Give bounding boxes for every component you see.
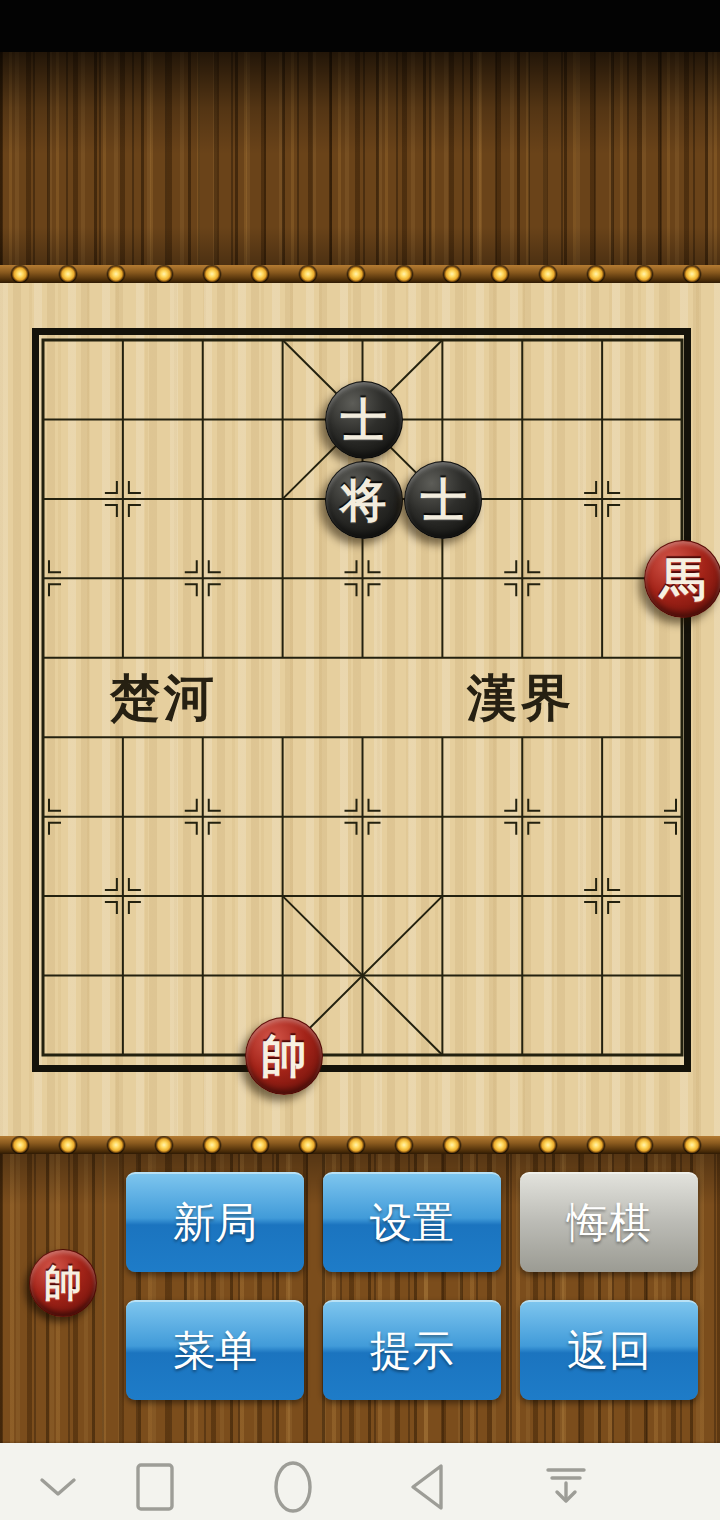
piece-glyph: 将 xyxy=(341,462,387,538)
hint-button[interactable]: 提示 xyxy=(323,1300,501,1400)
app-screen: 楚河 漢界 士将士馬帥 帥 新局 设置 悔棋 菜单 提示 返回 xyxy=(0,0,720,1520)
river-label-left: 楚河 xyxy=(109,668,218,727)
rivet-strip-bottom xyxy=(0,1136,720,1154)
new-game-button[interactable]: 新局 xyxy=(126,1172,304,1272)
turn-indicator-red-general: 帥 xyxy=(29,1249,97,1317)
hide-keyboard-icon[interactable] xyxy=(538,1457,594,1517)
settings-button[interactable]: 设置 xyxy=(323,1172,501,1272)
piece-red-general[interactable]: 帥 xyxy=(245,1017,323,1095)
back-button[interactable]: 返回 xyxy=(520,1300,698,1400)
turn-indicator-glyph: 帥 xyxy=(44,1258,82,1309)
wood-background-top xyxy=(0,52,720,265)
button-panel: 新局 设置 悔棋 菜单 提示 返回 xyxy=(126,1172,698,1400)
piece-black-advisor[interactable]: 士 xyxy=(404,461,482,539)
status-bar xyxy=(0,0,720,52)
piece-glyph: 馬 xyxy=(660,541,706,617)
chevron-down-icon[interactable] xyxy=(30,1457,86,1517)
piece-black-general[interactable]: 将 xyxy=(325,461,403,539)
circle-icon[interactable] xyxy=(265,1457,321,1517)
android-nav-bar xyxy=(0,1443,720,1520)
rivet-strip-top xyxy=(0,265,720,283)
menu-button[interactable]: 菜单 xyxy=(126,1300,304,1400)
square-icon[interactable] xyxy=(127,1457,183,1517)
triangle-left-icon[interactable] xyxy=(399,1457,455,1517)
undo-button[interactable]: 悔棋 xyxy=(520,1172,698,1272)
piece-black-advisor[interactable]: 士 xyxy=(325,381,403,459)
piece-red-horse[interactable]: 馬 xyxy=(644,540,720,618)
piece-glyph: 士 xyxy=(420,462,466,538)
piece-glyph: 士 xyxy=(341,382,387,458)
piece-glyph: 帥 xyxy=(261,1018,307,1094)
river-label-right: 漢界 xyxy=(466,668,575,727)
